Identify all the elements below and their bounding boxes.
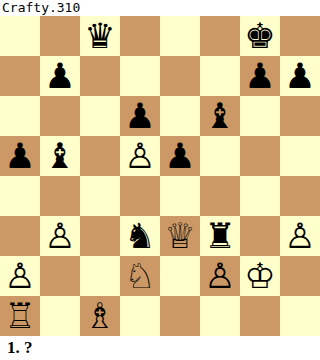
square-d1[interactable]: [120, 296, 160, 336]
square-e5[interactable]: ♟: [160, 136, 200, 176]
piece-black-bishop[interactable]: ♝: [44, 136, 75, 176]
piece-white-king[interactable]: ♔: [244, 256, 275, 296]
piece-black-pawn[interactable]: ♟: [284, 56, 315, 96]
square-b3[interactable]: ♙: [40, 216, 80, 256]
piece-black-knight[interactable]: ♞: [124, 216, 155, 256]
square-f6[interactable]: ♝: [200, 96, 240, 136]
square-c1[interactable]: ♗: [80, 296, 120, 336]
piece-white-pawn[interactable]: ♙: [4, 256, 35, 296]
status-bar: 1. ?: [0, 336, 320, 360]
square-a6[interactable]: [0, 96, 40, 136]
square-d7[interactable]: [120, 56, 160, 96]
piece-black-king[interactable]: ♚: [244, 16, 275, 56]
square-h4[interactable]: [280, 176, 320, 216]
square-b4[interactable]: [40, 176, 80, 216]
piece-white-pawn[interactable]: ♙: [204, 256, 235, 296]
piece-black-bishop[interactable]: ♝: [204, 96, 235, 136]
piece-white-bishop[interactable]: ♗: [84, 296, 115, 336]
square-f1[interactable]: [200, 296, 240, 336]
piece-white-knight[interactable]: ♘: [124, 256, 155, 296]
square-f7[interactable]: [200, 56, 240, 96]
square-h2[interactable]: [280, 256, 320, 296]
square-d6[interactable]: ♟: [120, 96, 160, 136]
square-h5[interactable]: [280, 136, 320, 176]
square-h8[interactable]: [280, 16, 320, 56]
square-a5[interactable]: ♟: [0, 136, 40, 176]
square-e1[interactable]: [160, 296, 200, 336]
square-g1[interactable]: [240, 296, 280, 336]
square-f5[interactable]: [200, 136, 240, 176]
piece-white-rook[interactable]: ♖: [4, 296, 35, 336]
square-g7[interactable]: ♟: [240, 56, 280, 96]
square-d5[interactable]: ♙: [120, 136, 160, 176]
square-g2[interactable]: ♔: [240, 256, 280, 296]
square-e8[interactable]: [160, 16, 200, 56]
square-f3[interactable]: ♜: [200, 216, 240, 256]
piece-white-pawn[interactable]: ♙: [124, 136, 155, 176]
piece-black-pawn[interactable]: ♟: [124, 96, 155, 136]
square-h1[interactable]: [280, 296, 320, 336]
title-bar: Crafty.310: [0, 0, 320, 16]
square-e7[interactable]: [160, 56, 200, 96]
square-f8[interactable]: [200, 16, 240, 56]
square-g8[interactable]: ♚: [240, 16, 280, 56]
square-a8[interactable]: [0, 16, 40, 56]
square-h7[interactable]: ♟: [280, 56, 320, 96]
square-b1[interactable]: [40, 296, 80, 336]
square-b2[interactable]: [40, 256, 80, 296]
square-c7[interactable]: [80, 56, 120, 96]
square-a2[interactable]: ♙: [0, 256, 40, 296]
chess-board: ♛♚♟♟♟♟♝♟♝♙♟♙♞♕♜♙♙♘♙♔♖♗: [0, 16, 320, 336]
square-b6[interactable]: [40, 96, 80, 136]
square-d2[interactable]: ♘: [120, 256, 160, 296]
piece-black-pawn[interactable]: ♟: [4, 136, 35, 176]
piece-white-pawn[interactable]: ♙: [284, 216, 315, 256]
piece-white-pawn[interactable]: ♙: [44, 216, 75, 256]
square-f4[interactable]: [200, 176, 240, 216]
square-e3[interactable]: ♕: [160, 216, 200, 256]
piece-white-queen[interactable]: ♕: [164, 216, 195, 256]
piece-black-pawn[interactable]: ♟: [44, 56, 75, 96]
square-g3[interactable]: [240, 216, 280, 256]
square-g5[interactable]: [240, 136, 280, 176]
square-b7[interactable]: ♟: [40, 56, 80, 96]
square-f2[interactable]: ♙: [200, 256, 240, 296]
square-c4[interactable]: [80, 176, 120, 216]
square-e4[interactable]: [160, 176, 200, 216]
square-c2[interactable]: [80, 256, 120, 296]
square-e2[interactable]: [160, 256, 200, 296]
square-b5[interactable]: ♝: [40, 136, 80, 176]
square-c8[interactable]: ♛: [80, 16, 120, 56]
square-h3[interactable]: ♙: [280, 216, 320, 256]
square-b8[interactable]: [40, 16, 80, 56]
square-d3[interactable]: ♞: [120, 216, 160, 256]
square-h6[interactable]: [280, 96, 320, 136]
square-d4[interactable]: [120, 176, 160, 216]
square-d8[interactable]: [120, 16, 160, 56]
square-a3[interactable]: [0, 216, 40, 256]
square-a7[interactable]: [0, 56, 40, 96]
square-c6[interactable]: [80, 96, 120, 136]
square-c5[interactable]: [80, 136, 120, 176]
square-g6[interactable]: [240, 96, 280, 136]
square-a1[interactable]: ♖: [0, 296, 40, 336]
square-e6[interactable]: [160, 96, 200, 136]
square-g4[interactable]: [240, 176, 280, 216]
square-c3[interactable]: [80, 216, 120, 256]
engine-title: Crafty.310: [2, 0, 80, 16]
piece-black-rook[interactable]: ♜: [204, 216, 235, 256]
piece-black-queen[interactable]: ♛: [84, 16, 115, 56]
move-prompt: 1. ?: [7, 338, 33, 358]
piece-black-pawn[interactable]: ♟: [244, 56, 275, 96]
piece-black-pawn[interactable]: ♟: [164, 136, 195, 176]
square-a4[interactable]: [0, 176, 40, 216]
